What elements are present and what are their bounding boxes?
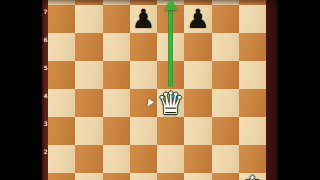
square-h5[interactable] — [239, 61, 266, 89]
square-h6[interactable] — [239, 33, 266, 61]
square-d6[interactable] — [130, 33, 157, 61]
square-b6[interactable] — [75, 33, 102, 61]
square-e1[interactable] — [157, 173, 184, 180]
letterbox-left — [0, 0, 42, 180]
move-arrow-line — [168, 8, 173, 87]
square-f6[interactable] — [184, 33, 211, 61]
chess-board: ♜♚♟♟♛♚ — [48, 0, 266, 180]
rank-label-2: 2 — [43, 148, 48, 155]
square-b5[interactable] — [75, 61, 102, 89]
square-d2[interactable] — [130, 145, 157, 173]
rank-label-5: 5 — [43, 64, 48, 71]
square-f4[interactable] — [184, 89, 211, 117]
square-c4[interactable] — [103, 89, 130, 117]
black-pawn-f7[interactable]: ♟ — [184, 5, 211, 33]
square-d1[interactable] — [130, 173, 157, 180]
square-a5[interactable] — [48, 61, 75, 89]
square-d3[interactable] — [130, 117, 157, 145]
square-f3[interactable] — [184, 117, 211, 145]
move-arrow-head — [164, 0, 178, 10]
square-b7[interactable] — [75, 5, 102, 33]
square-a2[interactable] — [48, 145, 75, 173]
square-g5[interactable] — [212, 61, 239, 89]
square-f2[interactable] — [184, 145, 211, 173]
square-c2[interactable] — [103, 145, 130, 173]
square-g6[interactable] — [212, 33, 239, 61]
square-b2[interactable] — [75, 145, 102, 173]
square-a7[interactable] — [48, 5, 75, 33]
square-g3[interactable] — [212, 117, 239, 145]
white-king-h1[interactable]: ♚ — [239, 173, 266, 180]
square-d5[interactable] — [130, 61, 157, 89]
rank-label-4: 4 — [43, 92, 48, 99]
square-b3[interactable] — [75, 117, 102, 145]
square-h2[interactable] — [239, 145, 266, 173]
square-h4[interactable] — [239, 89, 266, 117]
square-b1[interactable] — [75, 173, 102, 180]
black-pawn-d7[interactable]: ♟ — [130, 5, 157, 33]
square-c6[interactable] — [103, 33, 130, 61]
square-h3[interactable] — [239, 117, 266, 145]
square-g7[interactable] — [212, 5, 239, 33]
square-a6[interactable] — [48, 33, 75, 61]
rank-label-3: 3 — [43, 120, 48, 127]
square-c5[interactable] — [103, 61, 130, 89]
square-a4[interactable] — [48, 89, 75, 117]
square-c7[interactable] — [103, 5, 130, 33]
square-c1[interactable] — [103, 173, 130, 180]
square-c3[interactable] — [103, 117, 130, 145]
square-h7[interactable] — [239, 5, 266, 33]
square-a1[interactable] — [48, 173, 75, 180]
square-g1[interactable] — [212, 173, 239, 180]
square-b4[interactable] — [75, 89, 102, 117]
rank-label-6: 6 — [43, 36, 48, 43]
rank-label-7: 7 — [43, 8, 48, 15]
square-e2[interactable] — [157, 145, 184, 173]
square-f5[interactable] — [184, 61, 211, 89]
letterbox-right — [278, 0, 320, 180]
mouse-cursor — [147, 99, 154, 108]
square-g4[interactable] — [212, 89, 239, 117]
square-e3[interactable] — [157, 117, 184, 145]
square-g2[interactable] — [212, 145, 239, 173]
square-a3[interactable] — [48, 117, 75, 145]
white-queen-e4[interactable]: ♛ — [157, 89, 184, 117]
square-f1[interactable] — [184, 173, 211, 180]
board-frame: ♜♚♟♟♛♚ 765432 — [42, 0, 278, 180]
